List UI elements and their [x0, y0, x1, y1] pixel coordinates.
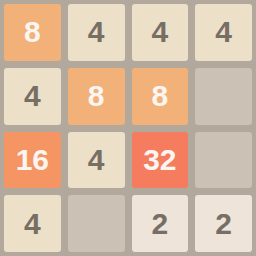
tile-4-r1c4: 4: [195, 4, 252, 61]
tile-8-r2c3: 8: [132, 68, 189, 125]
tile-2-r4c4: 2: [195, 195, 252, 252]
2048-board[interactable]: 844448816432422: [0, 0, 256, 256]
tile-32-r3c3: 32: [132, 132, 189, 189]
tile-4-r3c2: 4: [68, 132, 125, 189]
empty-cell-r3c4: [195, 132, 252, 189]
empty-cell-r4c2: [68, 195, 125, 252]
tile-2-r4c3: 2: [132, 195, 189, 252]
tile-8-r2c2: 8: [68, 68, 125, 125]
empty-cell-r2c4: [195, 68, 252, 125]
tile-8-r1c1: 8: [4, 4, 61, 61]
tile-4-r1c2: 4: [68, 4, 125, 61]
tile-4-r4c1: 4: [4, 195, 61, 252]
tile-16-r3c1: 16: [4, 132, 61, 189]
tile-4-r1c3: 4: [132, 4, 189, 61]
tile-4-r2c1: 4: [4, 68, 61, 125]
